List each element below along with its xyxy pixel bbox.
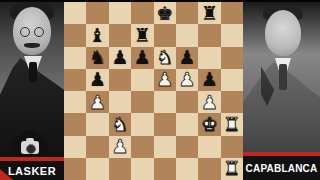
square-f6[interactable]: ♟	[176, 47, 198, 69]
square-b1[interactable]	[86, 158, 108, 180]
square-d1[interactable]	[131, 158, 153, 180]
square-e8[interactable]: ♚	[154, 2, 176, 24]
square-e3[interactable]	[154, 113, 176, 135]
player-name-right: CAPABLANCA	[246, 163, 318, 174]
square-h7[interactable]	[221, 24, 243, 46]
square-f1[interactable]	[176, 158, 198, 180]
square-e1[interactable]	[154, 158, 176, 180]
square-h1[interactable]: ♜	[221, 158, 243, 180]
piece-white-pawn: ♟	[156, 70, 173, 89]
square-g2[interactable]	[198, 136, 220, 158]
square-g4[interactable]: ♟	[198, 91, 220, 113]
square-f5[interactable]: ♟	[176, 69, 198, 91]
square-b6[interactable]: ♞	[86, 47, 108, 69]
square-b7[interactable]: ♝	[86, 24, 108, 46]
square-b4[interactable]: ♟	[86, 91, 108, 113]
piece-black-pawn: ♟	[179, 48, 196, 67]
square-f3[interactable]	[176, 113, 198, 135]
square-e5[interactable]: ♟	[154, 69, 176, 91]
square-f2[interactable]	[176, 136, 198, 158]
square-a5[interactable]	[64, 69, 86, 91]
square-h8[interactable]	[221, 2, 243, 24]
red-corner-accent	[0, 169, 13, 180]
square-e6[interactable]: ♞	[154, 47, 176, 69]
square-g7[interactable]	[198, 24, 220, 46]
top-border	[0, 0, 320, 2]
square-h5[interactable]	[221, 69, 243, 91]
square-c7[interactable]	[109, 24, 131, 46]
piece-white-rook: ♜	[223, 115, 240, 134]
square-d2[interactable]	[131, 136, 153, 158]
square-f4[interactable]	[176, 91, 198, 113]
square-a4[interactable]	[64, 91, 86, 113]
square-d8[interactable]	[131, 2, 153, 24]
square-d7[interactable]: ♜	[131, 24, 153, 46]
lasker-mustache	[24, 43, 40, 48]
piece-black-rook: ♜	[201, 4, 218, 23]
piece-black-knight: ♞	[89, 48, 106, 67]
chess-board: ♚♜♝♜♞♟♟♞♟♟♟♟♟♟♟♞♚♜♟♜	[64, 2, 243, 180]
capablanca-face	[265, 10, 301, 56]
player-name-left: LASKER	[8, 165, 56, 177]
lasker-tie	[29, 62, 37, 82]
piece-white-rook: ♜	[223, 159, 240, 178]
piece-white-king: ♚	[201, 115, 218, 134]
piece-black-pawn: ♟	[134, 48, 151, 67]
square-d3[interactable]	[131, 113, 153, 135]
thumbnail: ♚♜♝♜♞♟♟♞♟♟♟♟♟♟♟♞♚♜♟♜ LASKER CAPABLANCA	[0, 0, 320, 180]
square-f7[interactable]	[176, 24, 198, 46]
square-g1[interactable]	[198, 158, 220, 180]
piece-white-knight: ♞	[111, 115, 128, 134]
square-f8[interactable]	[176, 2, 198, 24]
square-a7[interactable]	[64, 24, 86, 46]
piece-black-pawn: ♟	[201, 70, 218, 89]
piece-black-bishop: ♝	[89, 26, 106, 45]
square-d5[interactable]	[131, 69, 153, 91]
piece-white-pawn: ♟	[179, 70, 196, 89]
square-g5[interactable]: ♟	[198, 69, 220, 91]
square-h2[interactable]	[221, 136, 243, 158]
square-g3[interactable]: ♚	[198, 113, 220, 135]
piece-black-rook: ♜	[134, 26, 151, 45]
square-c8[interactable]	[109, 2, 131, 24]
piece-black-pawn: ♟	[89, 70, 106, 89]
piece-white-pawn: ♟	[201, 93, 218, 112]
square-b5[interactable]: ♟	[86, 69, 108, 91]
player-label-right: CAPABLANCA	[243, 156, 320, 180]
square-d6[interactable]: ♟	[131, 47, 153, 69]
square-e7[interactable]	[154, 24, 176, 46]
camera-lens	[26, 144, 36, 154]
capablanca-tie	[279, 64, 287, 90]
square-c2[interactable]: ♟	[109, 136, 131, 158]
square-b8[interactable]	[86, 2, 108, 24]
square-b3[interactable]	[86, 113, 108, 135]
piece-white-pawn: ♟	[111, 137, 128, 156]
square-c3[interactable]: ♞	[109, 113, 131, 135]
piece-white-knight: ♞	[156, 48, 173, 67]
square-a6[interactable]	[64, 47, 86, 69]
piece-black-king: ♚	[156, 4, 173, 23]
square-h6[interactable]	[221, 47, 243, 69]
square-a8[interactable]	[64, 2, 86, 24]
square-c5[interactable]	[109, 69, 131, 91]
square-e4[interactable]	[154, 91, 176, 113]
square-b2[interactable]	[86, 136, 108, 158]
square-a3[interactable]	[64, 113, 86, 135]
square-h4[interactable]	[221, 91, 243, 113]
square-d4[interactable]	[131, 91, 153, 113]
square-c4[interactable]	[109, 91, 131, 113]
glasses-icon	[20, 27, 44, 36]
piece-black-pawn: ♟	[111, 48, 128, 67]
square-a1[interactable]	[64, 158, 86, 180]
square-g6[interactable]	[198, 47, 220, 69]
piece-white-pawn: ♟	[89, 93, 106, 112]
square-a2[interactable]	[64, 136, 86, 158]
square-g8[interactable]: ♜	[198, 2, 220, 24]
square-c1[interactable]	[109, 158, 131, 180]
square-e2[interactable]	[154, 136, 176, 158]
square-c6[interactable]: ♟	[109, 47, 131, 69]
square-h3[interactable]: ♜	[221, 113, 243, 135]
